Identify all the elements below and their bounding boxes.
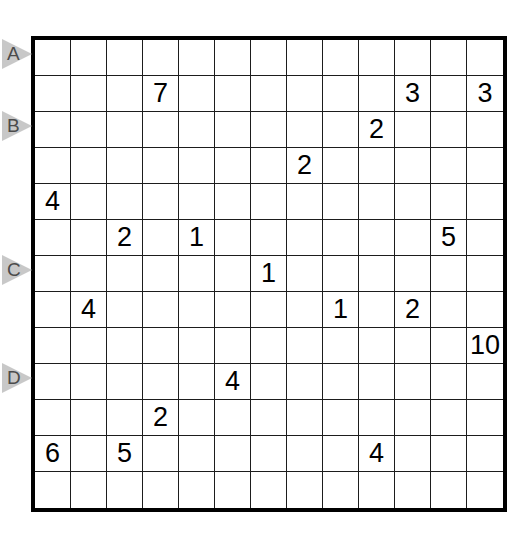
cell-r5c8[interactable] (287, 184, 323, 220)
cell-r12c12[interactable] (431, 436, 467, 472)
cell-r13c7[interactable] (251, 472, 287, 508)
cell-r1c4[interactable] (143, 40, 179, 76)
cell-r10c8[interactable] (287, 364, 323, 400)
cell-r12c11[interactable] (395, 436, 431, 472)
puzzle-image: 73322421514121042654 ABCD (0, 0, 509, 543)
cell-r5c11[interactable] (395, 184, 431, 220)
cell-r3c2[interactable] (71, 112, 107, 148)
cell-r7c12[interactable] (431, 256, 467, 292)
cell-r11c12[interactable] (431, 400, 467, 436)
cell-r12c9[interactable] (323, 436, 359, 472)
cell-r10c1[interactable] (35, 364, 71, 400)
cell-r9c5[interactable] (179, 328, 215, 364)
cell-r10c3[interactable] (107, 364, 143, 400)
cell-r7c10[interactable] (359, 256, 395, 292)
cell-r3c9[interactable] (323, 112, 359, 148)
cell-r1c1[interactable] (35, 40, 71, 76)
row-marker-d: D (2, 363, 32, 393)
clue-cell-r8c11: 2 (395, 292, 431, 328)
cell-r5c12[interactable] (431, 184, 467, 220)
cell-r5c6[interactable] (215, 184, 251, 220)
row-marker-a: A (2, 39, 32, 69)
cell-r8c13[interactable] (467, 292, 503, 328)
cell-r11c3[interactable] (107, 400, 143, 436)
cell-r3c7[interactable] (251, 112, 287, 148)
clue-cell-r12c3: 5 (107, 436, 143, 472)
clue-cell-r8c2: 4 (71, 292, 107, 328)
cell-r12c7[interactable] (251, 436, 287, 472)
clue-cell-r7c7: 1 (251, 256, 287, 292)
clue-cell-r6c5: 1 (179, 220, 215, 256)
cell-r1c13[interactable] (467, 40, 503, 76)
cell-r13c12[interactable] (431, 472, 467, 508)
cell-r2c8[interactable] (287, 76, 323, 112)
cell-r5c5[interactable] (179, 184, 215, 220)
cell-r11c10[interactable] (359, 400, 395, 436)
cell-r1c2[interactable] (71, 40, 107, 76)
cell-r3c4[interactable] (143, 112, 179, 148)
clue-cell-r4c8: 2 (287, 148, 323, 184)
cell-r13c3[interactable] (107, 472, 143, 508)
cell-r7c4[interactable] (143, 256, 179, 292)
cell-r6c11[interactable] (395, 220, 431, 256)
cell-r6c8[interactable] (287, 220, 323, 256)
cell-r13c13[interactable] (467, 472, 503, 508)
clue-number: 10 (470, 332, 500, 359)
cell-r11c6[interactable] (215, 400, 251, 436)
cell-r11c11[interactable] (395, 400, 431, 436)
cell-r4c11[interactable] (395, 148, 431, 184)
cell-r5c10[interactable] (359, 184, 395, 220)
cell-r5c3[interactable] (107, 184, 143, 220)
cell-r3c11[interactable] (395, 112, 431, 148)
cell-r12c13[interactable] (467, 436, 503, 472)
cell-r7c9[interactable] (323, 256, 359, 292)
cell-r8c7[interactable] (251, 292, 287, 328)
cell-r4c12[interactable] (431, 148, 467, 184)
cell-r11c2[interactable] (71, 400, 107, 436)
cell-r13c11[interactable] (395, 472, 431, 508)
cell-r10c7[interactable] (251, 364, 287, 400)
cell-r6c1[interactable] (35, 220, 71, 256)
cell-r6c13[interactable] (467, 220, 503, 256)
cell-r8c3[interactable] (107, 292, 143, 328)
cell-r13c8[interactable] (287, 472, 323, 508)
cell-r11c7[interactable] (251, 400, 287, 436)
clue-number: 2 (117, 224, 132, 251)
clue-number: 5 (441, 224, 456, 251)
cell-r2c2[interactable] (71, 76, 107, 112)
clue-number: 2 (153, 404, 168, 431)
cell-r11c8[interactable] (287, 400, 323, 436)
cell-r7c2[interactable] (71, 256, 107, 292)
cell-r10c2[interactable] (71, 364, 107, 400)
row-marker-b: B (2, 111, 32, 141)
cell-r13c5[interactable] (179, 472, 215, 508)
cell-r2c9[interactable] (323, 76, 359, 112)
cell-r4c1[interactable] (35, 148, 71, 184)
cell-r11c9[interactable] (323, 400, 359, 436)
cell-r11c13[interactable] (467, 400, 503, 436)
cell-r10c9[interactable] (323, 364, 359, 400)
cell-r1c8[interactable] (287, 40, 323, 76)
cell-r4c4[interactable] (143, 148, 179, 184)
cell-r9c1[interactable] (35, 328, 71, 364)
cell-r1c12[interactable] (431, 40, 467, 76)
cell-r13c6[interactable] (215, 472, 251, 508)
clue-cell-r9c13: 10 (467, 328, 503, 364)
cell-r6c7[interactable] (251, 220, 287, 256)
cell-r10c12[interactable] (431, 364, 467, 400)
cell-r1c9[interactable] (323, 40, 359, 76)
clue-cell-r6c12: 5 (431, 220, 467, 256)
cell-r4c6[interactable] (215, 148, 251, 184)
cell-r9c11[interactable] (395, 328, 431, 364)
cell-r4c5[interactable] (179, 148, 215, 184)
cell-r2c7[interactable] (251, 76, 287, 112)
cell-r8c1[interactable] (35, 292, 71, 328)
cell-r2c12[interactable] (431, 76, 467, 112)
cell-r2c3[interactable] (107, 76, 143, 112)
marker-letter: D (7, 367, 21, 389)
cell-r10c5[interactable] (179, 364, 215, 400)
cell-r6c4[interactable] (143, 220, 179, 256)
clue-cell-r2c4: 7 (143, 76, 179, 112)
clue-number: 2 (369, 116, 384, 143)
cell-r3c1[interactable] (35, 112, 71, 148)
cell-r10c13[interactable] (467, 364, 503, 400)
clue-cell-r6c3: 2 (107, 220, 143, 256)
clue-number: 3 (477, 80, 492, 107)
clue-number: 1 (189, 224, 204, 251)
clue-number: 4 (225, 368, 240, 395)
cell-r8c12[interactable] (431, 292, 467, 328)
clue-cell-r5c1: 4 (35, 184, 71, 220)
cell-r3c12[interactable] (431, 112, 467, 148)
cell-r11c5[interactable] (179, 400, 215, 436)
clue-number: 6 (45, 440, 60, 467)
cell-r2c10[interactable] (359, 76, 395, 112)
clue-number: 4 (45, 188, 60, 215)
cell-r7c5[interactable] (179, 256, 215, 292)
clue-number: 3 (405, 80, 420, 107)
cell-r4c7[interactable] (251, 148, 287, 184)
cell-r12c8[interactable] (287, 436, 323, 472)
marker-letter: B (7, 115, 20, 137)
clue-cell-r2c13: 3 (467, 76, 503, 112)
cell-r9c12[interactable] (431, 328, 467, 364)
marker-letter: A (7, 43, 20, 65)
cell-r9c10[interactable] (359, 328, 395, 364)
clue-number: 7 (153, 80, 168, 107)
cell-r8c6[interactable] (215, 292, 251, 328)
cell-r3c13[interactable] (467, 112, 503, 148)
cell-r9c9[interactable] (323, 328, 359, 364)
cell-r5c2[interactable] (71, 184, 107, 220)
cell-r7c6[interactable] (215, 256, 251, 292)
cell-r9c4[interactable] (143, 328, 179, 364)
cell-r1c6[interactable] (215, 40, 251, 76)
cell-r9c8[interactable] (287, 328, 323, 364)
row-marker-c: C (2, 255, 32, 285)
cell-r3c3[interactable] (107, 112, 143, 148)
cell-r13c9[interactable] (323, 472, 359, 508)
cell-r6c9[interactable] (323, 220, 359, 256)
cell-r12c4[interactable] (143, 436, 179, 472)
cell-r9c2[interactable] (71, 328, 107, 364)
cell-r13c10[interactable] (359, 472, 395, 508)
cell-r8c10[interactable] (359, 292, 395, 328)
clue-number: 2 (297, 152, 312, 179)
clue-cell-r11c4: 2 (143, 400, 179, 436)
clue-cell-r2c11: 3 (395, 76, 431, 112)
marker-letter: C (7, 259, 21, 281)
clue-cell-r12c1: 6 (35, 436, 71, 472)
cell-r12c2[interactable] (71, 436, 107, 472)
cell-r3c5[interactable] (179, 112, 215, 148)
cell-r9c7[interactable] (251, 328, 287, 364)
cell-r8c5[interactable] (179, 292, 215, 328)
clue-number: 4 (369, 440, 384, 467)
cell-r6c6[interactable] (215, 220, 251, 256)
cell-r8c8[interactable] (287, 292, 323, 328)
cell-r10c11[interactable] (395, 364, 431, 400)
cell-r7c11[interactable] (395, 256, 431, 292)
cell-r9c6[interactable] (215, 328, 251, 364)
cell-r4c2[interactable] (71, 148, 107, 184)
cell-r1c11[interactable] (395, 40, 431, 76)
clue-cell-r3c10: 2 (359, 112, 395, 148)
cell-r7c3[interactable] (107, 256, 143, 292)
puzzle-grid: 73322421514121042654 (31, 36, 507, 512)
cell-r5c13[interactable] (467, 184, 503, 220)
cell-r6c10[interactable] (359, 220, 395, 256)
cell-r7c8[interactable] (287, 256, 323, 292)
clue-number: 5 (117, 440, 132, 467)
cell-r2c5[interactable] (179, 76, 215, 112)
cell-r7c13[interactable] (467, 256, 503, 292)
cell-r2c1[interactable] (35, 76, 71, 112)
cell-r12c6[interactable] (215, 436, 251, 472)
cell-r6c2[interactable] (71, 220, 107, 256)
cell-r10c4[interactable] (143, 364, 179, 400)
clue-cell-r12c10: 4 (359, 436, 395, 472)
cell-r4c9[interactable] (323, 148, 359, 184)
cell-r13c2[interactable] (71, 472, 107, 508)
cell-r2c6[interactable] (215, 76, 251, 112)
cell-r11c1[interactable] (35, 400, 71, 436)
clue-number: 2 (405, 296, 420, 323)
cell-r1c10[interactable] (359, 40, 395, 76)
cell-r7c1[interactable] (35, 256, 71, 292)
clue-number: 4 (81, 296, 96, 323)
cell-r5c4[interactable] (143, 184, 179, 220)
cell-r4c13[interactable] (467, 148, 503, 184)
cell-r10c10[interactable] (359, 364, 395, 400)
cell-r3c6[interactable] (215, 112, 251, 148)
cell-r4c10[interactable] (359, 148, 395, 184)
clue-number: 1 (261, 260, 276, 287)
cell-r5c9[interactable] (323, 184, 359, 220)
cell-r4c3[interactable] (107, 148, 143, 184)
cell-r1c5[interactable] (179, 40, 215, 76)
cell-r1c7[interactable] (251, 40, 287, 76)
cell-r13c4[interactable] (143, 472, 179, 508)
clue-cell-r10c6: 4 (215, 364, 251, 400)
clue-number: 1 (333, 296, 348, 323)
clue-cell-r8c9: 1 (323, 292, 359, 328)
cell-r12c5[interactable] (179, 436, 215, 472)
cell-r9c3[interactable] (107, 328, 143, 364)
cell-r3c8[interactable] (287, 112, 323, 148)
cell-r5c7[interactable] (251, 184, 287, 220)
cell-r1c3[interactable] (107, 40, 143, 76)
cell-r13c1[interactable] (35, 472, 71, 508)
cell-r8c4[interactable] (143, 292, 179, 328)
